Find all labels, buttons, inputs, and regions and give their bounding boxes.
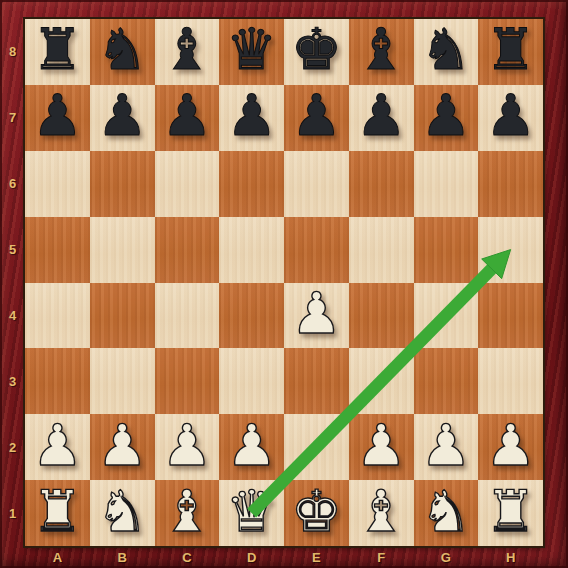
chess-board: ♜♞♝♛♚♝♞♜♟♟♟♟♟♟♟♟♟♟♟♟♟♟♟♟♜♞♝♛♚♝♞♜ xyxy=(25,19,543,546)
square-g4[interactable] xyxy=(414,283,479,349)
file-label-f: F xyxy=(349,546,414,568)
rank-label-5: 5 xyxy=(0,217,25,283)
black-pawn[interactable]: ♟ xyxy=(32,87,83,144)
white-king[interactable]: ♚ xyxy=(291,483,342,540)
black-pawn[interactable]: ♟ xyxy=(291,87,342,144)
rank-label-4: 4 xyxy=(0,283,25,349)
square-f4[interactable] xyxy=(349,283,414,349)
square-f7[interactable]: ♟ xyxy=(349,85,414,151)
square-a4[interactable] xyxy=(25,283,90,349)
square-b3[interactable] xyxy=(90,348,155,414)
square-c4[interactable] xyxy=(155,283,220,349)
square-h3[interactable] xyxy=(478,348,543,414)
square-b6[interactable] xyxy=(90,151,155,217)
square-c8[interactable]: ♝ xyxy=(155,19,220,85)
black-bishop[interactable]: ♝ xyxy=(356,21,407,78)
square-g3[interactable] xyxy=(414,348,479,414)
file-label-d: D xyxy=(219,546,284,568)
square-a3[interactable] xyxy=(25,348,90,414)
file-label-e: E xyxy=(284,546,349,568)
square-d5[interactable] xyxy=(219,217,284,283)
black-rook[interactable]: ♜ xyxy=(485,21,536,78)
square-d3[interactable] xyxy=(219,348,284,414)
file-label-g: G xyxy=(414,546,479,568)
square-e6[interactable] xyxy=(284,151,349,217)
square-b4[interactable] xyxy=(90,283,155,349)
square-c5[interactable] xyxy=(155,217,220,283)
square-f6[interactable] xyxy=(349,151,414,217)
square-f5[interactable] xyxy=(349,217,414,283)
square-e8[interactable]: ♚ xyxy=(284,19,349,85)
black-pawn[interactable]: ♟ xyxy=(356,87,407,144)
black-bishop[interactable]: ♝ xyxy=(161,21,212,78)
square-a2[interactable]: ♟ xyxy=(25,414,90,480)
black-queen[interactable]: ♛ xyxy=(226,21,277,78)
white-rook[interactable]: ♜ xyxy=(485,483,536,540)
square-h2[interactable]: ♟ xyxy=(478,414,543,480)
file-label-a: A xyxy=(25,546,90,568)
file-label-b: B xyxy=(90,546,155,568)
white-knight[interactable]: ♞ xyxy=(420,483,471,540)
rank-label-1: 1 xyxy=(0,480,25,546)
rank-label-8: 8 xyxy=(0,19,25,85)
black-rook[interactable]: ♜ xyxy=(32,21,83,78)
square-e4[interactable]: ♟ xyxy=(284,283,349,349)
square-g7[interactable]: ♟ xyxy=(414,85,479,151)
square-b8[interactable]: ♞ xyxy=(90,19,155,85)
square-h5[interactable] xyxy=(478,217,543,283)
black-king[interactable]: ♚ xyxy=(291,21,342,78)
square-d1[interactable]: ♛ xyxy=(219,480,284,546)
rank-label-3: 3 xyxy=(0,348,25,414)
square-d4[interactable] xyxy=(219,283,284,349)
square-f3[interactable] xyxy=(349,348,414,414)
white-rook[interactable]: ♜ xyxy=(32,483,83,540)
black-pawn[interactable]: ♟ xyxy=(485,87,536,144)
chess-board-frame: 87654321 ABCDEFGH ♜♞♝♛♚♝♞♜♟♟♟♟♟♟♟♟♟♟♟♟♟♟… xyxy=(0,0,568,568)
square-f2[interactable]: ♟ xyxy=(349,414,414,480)
square-d2[interactable]: ♟ xyxy=(219,414,284,480)
square-b1[interactable]: ♞ xyxy=(90,480,155,546)
square-a8[interactable]: ♜ xyxy=(25,19,90,85)
square-h6[interactable] xyxy=(478,151,543,217)
square-d6[interactable] xyxy=(219,151,284,217)
white-pawn[interactable]: ♟ xyxy=(356,417,407,474)
black-pawn[interactable]: ♟ xyxy=(420,87,471,144)
square-g1[interactable]: ♞ xyxy=(414,480,479,546)
board-squares: ♜♞♝♛♚♝♞♜♟♟♟♟♟♟♟♟♟♟♟♟♟♟♟♟♜♞♝♛♚♝♞♜ xyxy=(25,19,543,546)
black-knight[interactable]: ♞ xyxy=(420,21,471,78)
white-pawn[interactable]: ♟ xyxy=(291,285,342,342)
white-queen[interactable]: ♛ xyxy=(226,483,277,540)
white-pawn[interactable]: ♟ xyxy=(485,417,536,474)
black-knight[interactable]: ♞ xyxy=(97,21,148,78)
square-b5[interactable] xyxy=(90,217,155,283)
white-knight[interactable]: ♞ xyxy=(97,483,148,540)
square-b2[interactable]: ♟ xyxy=(90,414,155,480)
square-h8[interactable]: ♜ xyxy=(478,19,543,85)
square-e7[interactable]: ♟ xyxy=(284,85,349,151)
square-e5[interactable] xyxy=(284,217,349,283)
white-pawn[interactable]: ♟ xyxy=(97,417,148,474)
square-a1[interactable]: ♜ xyxy=(25,480,90,546)
square-g5[interactable] xyxy=(414,217,479,283)
black-pawn[interactable]: ♟ xyxy=(226,87,277,144)
square-c7[interactable]: ♟ xyxy=(155,85,220,151)
file-label-h: H xyxy=(478,546,543,568)
square-d7[interactable]: ♟ xyxy=(219,85,284,151)
square-e1[interactable]: ♚ xyxy=(284,480,349,546)
rank-label-7: 7 xyxy=(0,85,25,151)
black-pawn[interactable]: ♟ xyxy=(161,87,212,144)
square-b7[interactable]: ♟ xyxy=(90,85,155,151)
square-g2[interactable]: ♟ xyxy=(414,414,479,480)
square-g8[interactable]: ♞ xyxy=(414,19,479,85)
square-h7[interactable]: ♟ xyxy=(478,85,543,151)
square-g6[interactable] xyxy=(414,151,479,217)
white-pawn[interactable]: ♟ xyxy=(420,417,471,474)
white-pawn[interactable]: ♟ xyxy=(32,417,83,474)
square-a7[interactable]: ♟ xyxy=(25,85,90,151)
square-h4[interactable] xyxy=(478,283,543,349)
white-pawn[interactable]: ♟ xyxy=(161,417,212,474)
square-c3[interactable] xyxy=(155,348,220,414)
rank-labels: 87654321 xyxy=(0,19,25,546)
black-pawn[interactable]: ♟ xyxy=(97,87,148,144)
square-h1[interactable]: ♜ xyxy=(478,480,543,546)
file-labels: ABCDEFGH xyxy=(25,546,543,568)
square-f1[interactable]: ♝ xyxy=(349,480,414,546)
file-label-c: C xyxy=(155,546,220,568)
square-e2[interactable] xyxy=(284,414,349,480)
rank-label-2: 2 xyxy=(0,414,25,480)
square-a5[interactable] xyxy=(25,217,90,283)
white-bishop[interactable]: ♝ xyxy=(356,483,407,540)
square-c6[interactable] xyxy=(155,151,220,217)
square-c2[interactable]: ♟ xyxy=(155,414,220,480)
square-e3[interactable] xyxy=(284,348,349,414)
white-bishop[interactable]: ♝ xyxy=(161,483,212,540)
square-d8[interactable]: ♛ xyxy=(219,19,284,85)
square-c1[interactable]: ♝ xyxy=(155,480,220,546)
square-a6[interactable] xyxy=(25,151,90,217)
square-f8[interactable]: ♝ xyxy=(349,19,414,85)
white-pawn[interactable]: ♟ xyxy=(226,417,277,474)
rank-label-6: 6 xyxy=(0,151,25,217)
